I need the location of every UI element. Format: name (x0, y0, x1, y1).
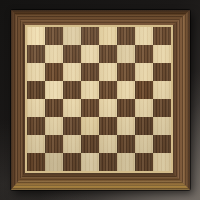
square-a8[interactable] (27, 27, 45, 45)
square-e8[interactable] (99, 27, 117, 45)
board-frame-left (11, 10, 25, 190)
square-c1[interactable] (63, 153, 81, 171)
square-b8[interactable] (45, 27, 63, 45)
square-b6[interactable] (45, 63, 63, 81)
square-c6[interactable] (63, 63, 81, 81)
square-e2[interactable] (99, 135, 117, 153)
square-d6[interactable] (81, 63, 99, 81)
table-surface (0, 0, 200, 200)
square-g7[interactable] (135, 45, 153, 63)
square-h4[interactable] (153, 99, 171, 117)
square-f5[interactable] (117, 81, 135, 99)
square-d1[interactable] (81, 153, 99, 171)
square-d8[interactable] (81, 27, 99, 45)
board-frame-top (11, 10, 190, 25)
square-h2[interactable] (153, 135, 171, 153)
square-c3[interactable] (63, 117, 81, 135)
square-h6[interactable] (153, 63, 171, 81)
square-h5[interactable] (153, 81, 171, 99)
square-e6[interactable] (99, 63, 117, 81)
square-b7[interactable] (45, 45, 63, 63)
square-f2[interactable] (117, 135, 135, 153)
square-e1[interactable] (99, 153, 117, 171)
square-a7[interactable] (27, 45, 45, 63)
square-e5[interactable] (99, 81, 117, 99)
square-g8[interactable] (135, 27, 153, 45)
board-playing-area (25, 25, 173, 173)
square-a3[interactable] (27, 117, 45, 135)
square-b2[interactable] (45, 135, 63, 153)
square-d7[interactable] (81, 45, 99, 63)
square-d5[interactable] (81, 81, 99, 99)
square-e4[interactable] (99, 99, 117, 117)
square-g2[interactable] (135, 135, 153, 153)
square-g1[interactable] (135, 153, 153, 171)
square-a5[interactable] (27, 81, 45, 99)
square-a4[interactable] (27, 99, 45, 117)
square-e3[interactable] (99, 117, 117, 135)
square-a2[interactable] (27, 135, 45, 153)
square-d2[interactable] (81, 135, 99, 153)
square-b4[interactable] (45, 99, 63, 117)
square-c2[interactable] (63, 135, 81, 153)
square-e7[interactable] (99, 45, 117, 63)
square-a6[interactable] (27, 63, 45, 81)
square-c8[interactable] (63, 27, 81, 45)
square-g3[interactable] (135, 117, 153, 135)
square-g5[interactable] (135, 81, 153, 99)
square-f7[interactable] (117, 45, 135, 63)
square-d3[interactable] (81, 117, 99, 135)
square-f3[interactable] (117, 117, 135, 135)
square-b3[interactable] (45, 117, 63, 135)
square-a1[interactable] (27, 153, 45, 171)
square-d4[interactable] (81, 99, 99, 117)
square-f6[interactable] (117, 63, 135, 81)
square-f8[interactable] (117, 27, 135, 45)
square-h8[interactable] (153, 27, 171, 45)
square-h7[interactable] (153, 45, 171, 63)
square-b5[interactable] (45, 81, 63, 99)
chess-board (11, 10, 190, 190)
board-frame-right (173, 10, 190, 190)
square-g4[interactable] (135, 99, 153, 117)
square-f1[interactable] (117, 153, 135, 171)
square-c7[interactable] (63, 45, 81, 63)
board-frame-bottom (11, 173, 190, 190)
square-c5[interactable] (63, 81, 81, 99)
square-b1[interactable] (45, 153, 63, 171)
square-h3[interactable] (153, 117, 171, 135)
square-c4[interactable] (63, 99, 81, 117)
square-f4[interactable] (117, 99, 135, 117)
square-h1[interactable] (153, 153, 171, 171)
square-g6[interactable] (135, 63, 153, 81)
